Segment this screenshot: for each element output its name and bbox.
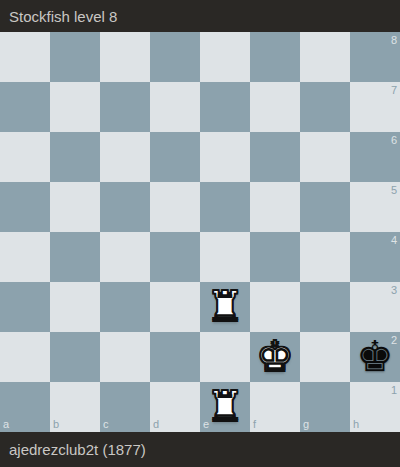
square-a8[interactable] bbox=[0, 32, 50, 82]
square-f5[interactable] bbox=[250, 182, 300, 232]
square-h1[interactable]: 1h bbox=[350, 382, 400, 432]
square-b2[interactable] bbox=[50, 332, 100, 382]
square-b8[interactable] bbox=[50, 32, 100, 82]
square-a4[interactable] bbox=[0, 232, 50, 282]
square-b7[interactable] bbox=[50, 82, 100, 132]
white-rook[interactable]: ♜ bbox=[200, 382, 250, 432]
square-c2[interactable] bbox=[100, 332, 150, 382]
square-h3[interactable]: 3 bbox=[350, 282, 400, 332]
square-f7[interactable] bbox=[250, 82, 300, 132]
square-g6[interactable] bbox=[300, 132, 350, 182]
square-a5[interactable] bbox=[0, 182, 50, 232]
player-bar: ajedrezclub2t (1877) bbox=[0, 432, 400, 467]
square-f6[interactable] bbox=[250, 132, 300, 182]
square-d2[interactable] bbox=[150, 332, 200, 382]
opponent-name: Stockfish level 8 bbox=[9, 8, 117, 25]
rank-label-7: 7 bbox=[391, 85, 397, 96]
rank-label-3: 3 bbox=[391, 285, 397, 296]
rank-label-6: 6 bbox=[391, 135, 397, 146]
square-b5[interactable] bbox=[50, 182, 100, 232]
square-f4[interactable] bbox=[250, 232, 300, 282]
square-g3[interactable] bbox=[300, 282, 350, 332]
file-label-a: a bbox=[3, 419, 9, 430]
square-f1[interactable]: f bbox=[250, 382, 300, 432]
black-king[interactable]: ♚ bbox=[350, 332, 400, 382]
rank-label-8: 8 bbox=[391, 35, 397, 46]
square-e5[interactable] bbox=[200, 182, 250, 232]
square-h5[interactable]: 5 bbox=[350, 182, 400, 232]
square-b6[interactable] bbox=[50, 132, 100, 182]
square-e1[interactable]: e♜ bbox=[200, 382, 250, 432]
square-c3[interactable] bbox=[100, 282, 150, 332]
file-label-c: c bbox=[103, 419, 109, 430]
square-b3[interactable] bbox=[50, 282, 100, 332]
square-e3[interactable]: ♜ bbox=[200, 282, 250, 332]
chess-game-window: Stockfish level 8 87654♜3♚2♚abcde♜fg1h a… bbox=[0, 0, 400, 467]
square-g8[interactable] bbox=[300, 32, 350, 82]
square-d5[interactable] bbox=[150, 182, 200, 232]
square-a1[interactable]: a bbox=[0, 382, 50, 432]
square-f8[interactable] bbox=[250, 32, 300, 82]
square-g4[interactable] bbox=[300, 232, 350, 282]
square-e7[interactable] bbox=[200, 82, 250, 132]
square-a3[interactable] bbox=[0, 282, 50, 332]
square-f3[interactable] bbox=[250, 282, 300, 332]
rank-label-5: 5 bbox=[391, 185, 397, 196]
square-c7[interactable] bbox=[100, 82, 150, 132]
square-d6[interactable] bbox=[150, 132, 200, 182]
square-h2[interactable]: 2♚ bbox=[350, 332, 400, 382]
file-label-b: b bbox=[53, 419, 59, 430]
square-h4[interactable]: 4 bbox=[350, 232, 400, 282]
square-g5[interactable] bbox=[300, 182, 350, 232]
square-c6[interactable] bbox=[100, 132, 150, 182]
file-label-h: h bbox=[353, 419, 359, 430]
rank-label-4: 4 bbox=[391, 235, 397, 246]
square-g2[interactable] bbox=[300, 332, 350, 382]
white-king[interactable]: ♚ bbox=[250, 332, 300, 382]
square-f2[interactable]: ♚ bbox=[250, 332, 300, 382]
square-e4[interactable] bbox=[200, 232, 250, 282]
white-rook[interactable]: ♜ bbox=[200, 282, 250, 332]
square-h6[interactable]: 6 bbox=[350, 132, 400, 182]
file-label-f: f bbox=[253, 419, 256, 430]
file-label-g: g bbox=[303, 419, 309, 430]
file-label-d: d bbox=[153, 419, 159, 430]
rank-label-1: 1 bbox=[391, 385, 397, 396]
opponent-bar: Stockfish level 8 bbox=[0, 0, 400, 32]
square-e6[interactable] bbox=[200, 132, 250, 182]
square-d8[interactable] bbox=[150, 32, 200, 82]
square-d7[interactable] bbox=[150, 82, 200, 132]
square-g7[interactable] bbox=[300, 82, 350, 132]
square-h7[interactable]: 7 bbox=[350, 82, 400, 132]
square-b4[interactable] bbox=[50, 232, 100, 282]
square-d1[interactable]: d bbox=[150, 382, 200, 432]
chess-board: 87654♜3♚2♚abcde♜fg1h bbox=[0, 32, 400, 432]
square-a6[interactable] bbox=[0, 132, 50, 182]
square-c1[interactable]: c bbox=[100, 382, 150, 432]
square-e8[interactable] bbox=[200, 32, 250, 82]
square-e2[interactable] bbox=[200, 332, 250, 382]
square-d3[interactable] bbox=[150, 282, 200, 332]
player-name: ajedrezclub2t (1877) bbox=[9, 441, 146, 458]
square-c8[interactable] bbox=[100, 32, 150, 82]
square-d4[interactable] bbox=[150, 232, 200, 282]
square-g1[interactable]: g bbox=[300, 382, 350, 432]
square-h8[interactable]: 8 bbox=[350, 32, 400, 82]
square-c4[interactable] bbox=[100, 232, 150, 282]
square-c5[interactable] bbox=[100, 182, 150, 232]
square-b1[interactable]: b bbox=[50, 382, 100, 432]
square-a2[interactable] bbox=[0, 332, 50, 382]
square-a7[interactable] bbox=[0, 82, 50, 132]
